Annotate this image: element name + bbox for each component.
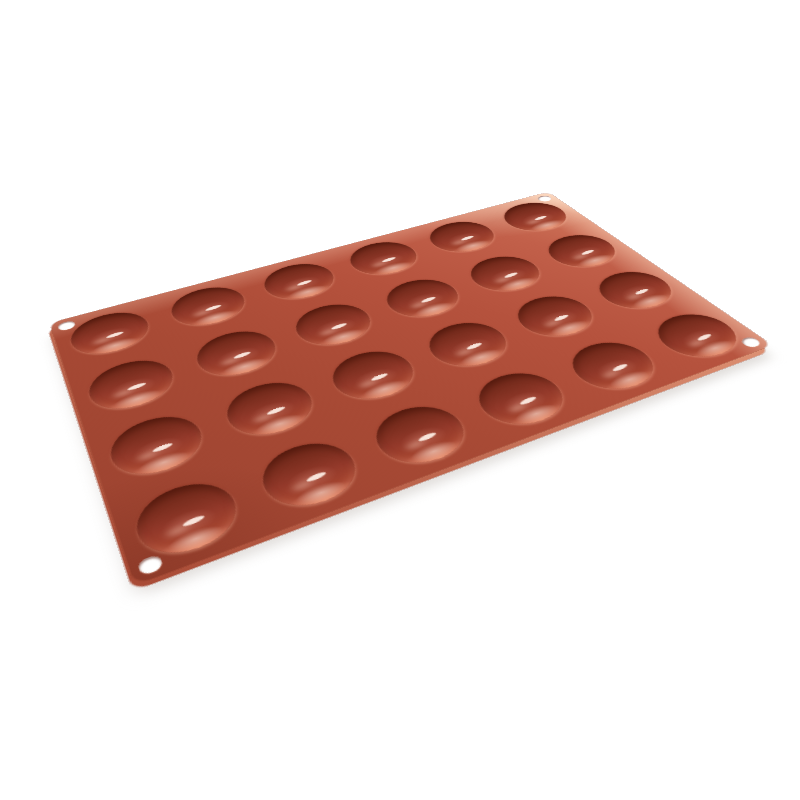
product-photo — [0, 0, 800, 800]
